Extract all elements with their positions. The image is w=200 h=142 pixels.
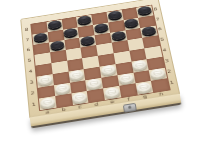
white-piece[interactable]: ⛀ [118, 73, 134, 84]
black-piece[interactable]: ⛂ [111, 30, 126, 40]
board-tilt-wrapper: ⛂⛂⛂⛂⛂⛂⛂⛂⛂⛂⛂⛂⛀⛀⛀⛀⛀⛀⛀⛀⛀⛀⛀⛀ abcdefgh 876543… [0, 0, 200, 142]
photo-scene: ⛂⛂⛂⛂⛂⛂⛂⛂⛂⛂⛂⛂⛀⛀⛀⛀⛀⛀⛀⛀⛀⛀⛀⛀ abcdefgh 876543… [0, 0, 200, 142]
black-piece[interactable]: ⛂ [77, 15, 92, 25]
white-piece[interactable]: ⛀ [86, 78, 101, 89]
white-piece[interactable]: ⛀ [40, 97, 55, 108]
white-piece[interactable]: ⛀ [69, 69, 84, 80]
white-piece[interactable]: ⛀ [38, 74, 53, 85]
black-piece[interactable]: ⛂ [80, 35, 95, 45]
white-piece[interactable]: ⛀ [104, 86, 120, 97]
black-piece[interactable]: ⛂ [107, 10, 122, 20]
rank-label: 1 [166, 76, 178, 89]
black-piece[interactable]: ⛂ [47, 20, 61, 30]
white-piece[interactable]: ⛀ [55, 83, 70, 94]
rank-label: 1 [29, 98, 39, 111]
black-piece[interactable]: ⛂ [124, 18, 139, 28]
white-piece[interactable]: ⛀ [132, 59, 148, 69]
black-piece[interactable]: ⛂ [50, 40, 65, 50]
white-piece[interactable]: ⛀ [136, 81, 152, 92]
white-piece[interactable]: ⛀ [100, 64, 115, 75]
black-piece[interactable]: ⛂ [63, 28, 78, 38]
white-piece[interactable]: ⛀ [72, 92, 87, 103]
black-piece[interactable]: ⛂ [33, 32, 47, 42]
black-piece[interactable]: ⛂ [94, 23, 109, 33]
